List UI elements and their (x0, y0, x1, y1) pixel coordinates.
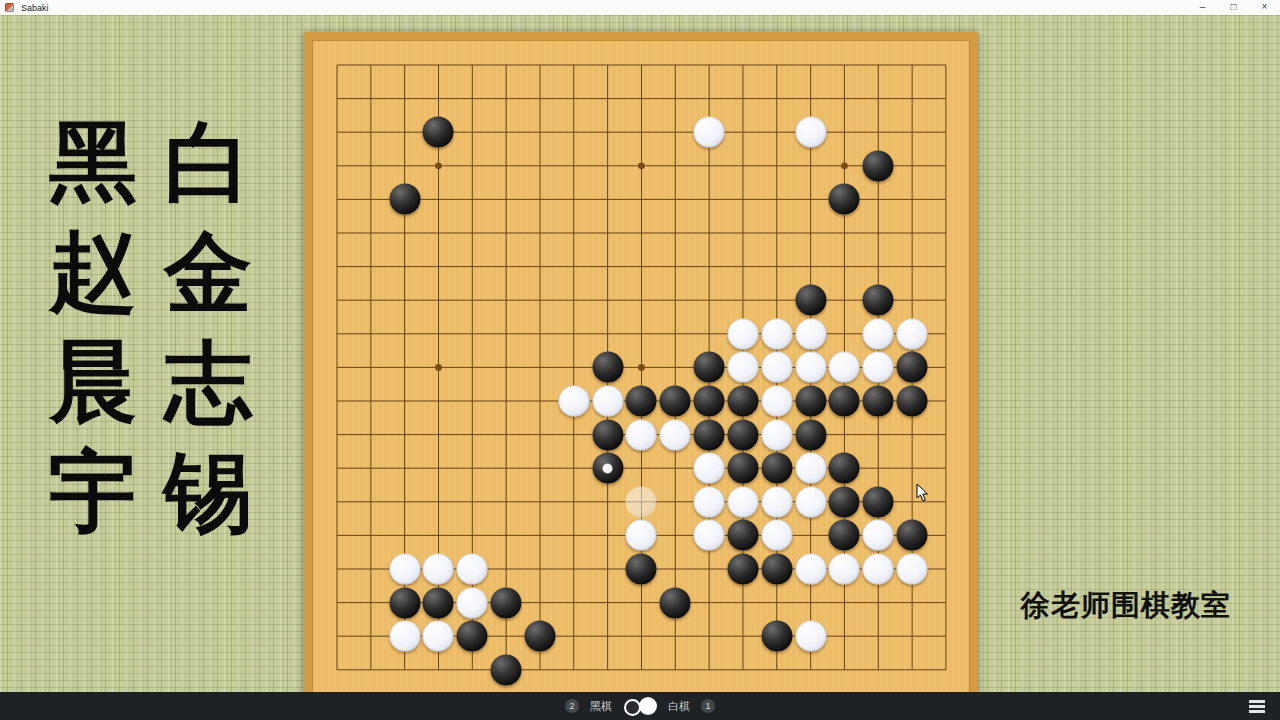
black-player-name: 黑 赵 晨 宇 (45, 114, 141, 554)
status-bar: 2 黑棋 白棋 1 (0, 692, 1280, 720)
stone-white (389, 554, 420, 585)
window-controls: – □ × (1187, 0, 1280, 15)
stone-black (389, 587, 420, 618)
stone-white (897, 554, 928, 585)
stone-black (660, 587, 691, 618)
stone-white (558, 386, 589, 417)
stone-white (829, 554, 860, 585)
stone-black (829, 453, 860, 484)
stone-white (694, 117, 725, 148)
stone-white (795, 117, 826, 148)
go-board[interactable] (304, 32, 978, 706)
close-button[interactable]: × (1249, 0, 1280, 15)
stone-white (727, 318, 758, 349)
stone-black (727, 453, 758, 484)
stone-black (829, 386, 860, 417)
stone-black (727, 520, 758, 551)
stone-white (660, 419, 691, 450)
stone-white (795, 486, 826, 517)
stone-black (795, 285, 826, 316)
stone-black (626, 386, 657, 417)
stone-black (829, 486, 860, 517)
stone-white (423, 621, 454, 652)
stone-black (795, 386, 826, 417)
window-title: Sabaki (21, 3, 49, 13)
stone-black (727, 554, 758, 585)
white-char-4: 锡 (160, 445, 256, 541)
stone-white (761, 352, 792, 383)
stone-white (761, 318, 792, 349)
stone-white (761, 520, 792, 551)
stone-white (457, 554, 488, 585)
stone-black (863, 386, 894, 417)
white-player-name: 白 金 志 锡 (160, 115, 256, 555)
stone-black (897, 352, 928, 383)
hamburger-menu-icon[interactable] (1249, 700, 1265, 713)
black-player-toggle-label: 黑棋 (590, 699, 612, 714)
stone-white (626, 419, 657, 450)
title-bar: Sabaki – □ × (0, 0, 1280, 15)
white-char-1: 白 (160, 115, 256, 211)
stone-white (863, 520, 894, 551)
stone-black (727, 386, 758, 417)
stone-black (727, 419, 758, 450)
stone-white (457, 587, 488, 618)
stone-white (795, 621, 826, 652)
stone-white (389, 621, 420, 652)
black-char-4: 宇 (45, 444, 141, 540)
stone-white (423, 554, 454, 585)
stone-black (761, 621, 792, 652)
last-move-marker (603, 463, 613, 473)
stone-white (694, 453, 725, 484)
stone-white (694, 520, 725, 551)
stone-black (592, 419, 623, 450)
stone-black (524, 621, 555, 652)
tatami-background: 黑 赵 晨 宇 白 金 志 锡 徐老师围棋教室 (0, 15, 1280, 692)
black-char-2: 赵 (45, 224, 141, 320)
stone-black (795, 419, 826, 450)
stone-black (761, 554, 792, 585)
stone-black (491, 587, 522, 618)
stone-white (863, 554, 894, 585)
classroom-caption: 徐老师围棋教室 (1021, 586, 1231, 626)
white-char-3: 志 (160, 335, 256, 431)
stone-black (457, 621, 488, 652)
stone-white (795, 318, 826, 349)
stone-white (761, 486, 792, 517)
black-capture-count: 2 (565, 699, 579, 713)
stone-black (626, 554, 657, 585)
stone-black (423, 117, 454, 148)
stone-white (795, 352, 826, 383)
stone-white (761, 419, 792, 450)
stone-black (491, 654, 522, 685)
stone-black (389, 184, 420, 215)
stone-white (795, 554, 826, 585)
minimize-button[interactable]: – (1187, 0, 1218, 15)
black-char-3: 晨 (45, 334, 141, 430)
stone-black (863, 486, 894, 517)
stone-white (761, 386, 792, 417)
black-char-1: 黑 (45, 114, 141, 210)
stone-black (897, 386, 928, 417)
stone-white (727, 352, 758, 383)
stone-white (626, 520, 657, 551)
stone-white (863, 352, 894, 383)
turn-toggle[interactable] (623, 697, 657, 715)
stone-black (829, 184, 860, 215)
stone-black (694, 419, 725, 450)
stone-black (592, 352, 623, 383)
sabaki-logo-icon (5, 3, 14, 12)
stone-black (897, 520, 928, 551)
stone-black (863, 285, 894, 316)
ghost-stone-white (626, 486, 657, 517)
white-player-toggle-label: 白棋 (668, 699, 690, 714)
stone-white (592, 386, 623, 417)
stone-white (829, 352, 860, 383)
stone-black (829, 520, 860, 551)
stone-white (727, 486, 758, 517)
white-char-2: 金 (160, 225, 256, 321)
stone-white (897, 318, 928, 349)
stone-black (660, 386, 691, 417)
stone-white (795, 453, 826, 484)
stone-black (694, 352, 725, 383)
restore-button[interactable]: □ (1218, 0, 1249, 15)
stone-black (592, 453, 623, 484)
stone-black (694, 386, 725, 417)
mouse-cursor-icon (916, 483, 929, 502)
stone-black (863, 150, 894, 181)
white-capture-count: 1 (701, 699, 715, 713)
stone-white (863, 318, 894, 349)
stone-black (423, 587, 454, 618)
white-turn-circle-icon (639, 697, 657, 715)
stone-white (694, 486, 725, 517)
stone-black (761, 453, 792, 484)
